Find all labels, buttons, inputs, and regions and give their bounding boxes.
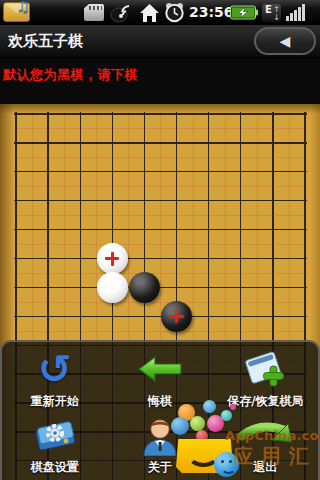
menu-item-about[interactable]: 关于: [107, 412, 212, 478]
about-icon: [138, 414, 182, 456]
restart-icon: ↺: [38, 349, 72, 389]
satellite-icon: [110, 2, 132, 23]
music-message-icon: ♫: [3, 2, 30, 22]
turn-message: 默认您为黑棋，请下棋: [3, 66, 138, 84]
app-screen: ♫ 23:56 E↑↓ 欢乐五: [0, 0, 320, 480]
board-settings-icon: [30, 417, 80, 453]
menu-item-restart[interactable]: ↺ 重新开始: [2, 342, 107, 412]
menu-label-board-settings: 棋盘设置: [31, 459, 79, 476]
white-stone: [97, 272, 128, 303]
menu-label-restart: 重新开始: [31, 393, 79, 410]
black-stone: [161, 301, 192, 332]
last-move-marker: [105, 252, 119, 266]
menu-label-about: 关于: [148, 459, 172, 476]
page-title: 欢乐五子棋: [8, 32, 83, 51]
signal-strength-icon: [286, 4, 312, 21]
menu-item-board-settings[interactable]: 棋盘设置: [2, 412, 107, 478]
watermark-text-yingyonghui: 应用汇: [233, 443, 317, 470]
last-move-marker: [170, 309, 184, 323]
menu-label-save-restore: 保存/恢复棋局: [227, 393, 303, 410]
watermark-text-appchina: AppChina.com: [225, 428, 320, 443]
menu-item-undo[interactable]: 悔棋: [107, 342, 212, 412]
save-restore-icon: [240, 349, 290, 389]
music-note-icon: ♫: [17, 0, 30, 15]
back-button[interactable]: ◀: [254, 27, 316, 55]
battery-charging-icon: [230, 5, 258, 20]
alarm-clock-icon: [164, 2, 185, 23]
clock-time: 23:56: [189, 4, 234, 20]
title-bar: 欢乐五子棋 ◀: [0, 25, 320, 58]
undo-icon: [137, 354, 183, 384]
back-arrow-icon: ◀: [280, 33, 291, 49]
white-stone: [97, 243, 128, 274]
sd-card-icon: [84, 4, 104, 21]
menu-item-save-restore[interactable]: 保存/恢复棋局: [213, 342, 318, 412]
home-icon: [139, 3, 160, 23]
message-area: 默认您为黑棋，请下棋: [0, 58, 320, 104]
edge-data-icon: E↑↓: [262, 4, 281, 22]
black-stone: [129, 272, 160, 303]
status-bar: ♫ 23:56 E↑↓: [0, 0, 320, 25]
menu-label-undo: 悔棋: [148, 393, 172, 410]
